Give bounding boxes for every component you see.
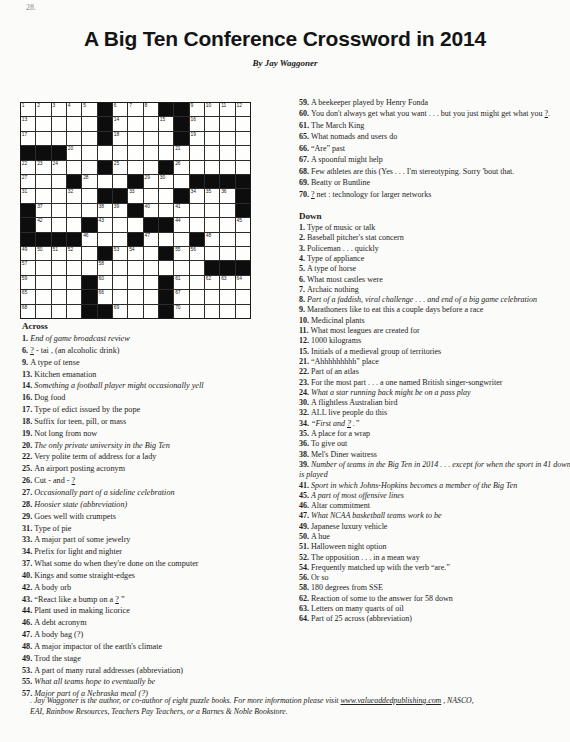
clue-text: Mel's Diner waitress xyxy=(311,450,377,459)
grid-cell[interactable] xyxy=(67,290,81,303)
grid-cell[interactable]: 6 xyxy=(113,103,127,116)
grid-cell[interactable] xyxy=(67,204,81,217)
clue-text: Baseball pitcher's stat concern xyxy=(307,233,404,242)
grid-cell[interactable] xyxy=(220,218,234,231)
grid-cell[interactable]: 5 xyxy=(82,103,96,116)
clue-item: 28. Hoosier state (abbreviation) xyxy=(22,499,287,511)
black-cell xyxy=(98,161,112,174)
clue-item: 3. Policeman . . . quickly xyxy=(299,244,570,254)
grid-cell[interactable] xyxy=(190,146,204,159)
grid-cell[interactable] xyxy=(52,305,66,318)
grid-cell[interactable] xyxy=(144,261,158,274)
grid-cell[interactable]: 32 xyxy=(67,189,81,202)
grid-cell[interactable] xyxy=(82,261,96,274)
grid-cell[interactable] xyxy=(113,233,127,246)
grid-cell[interactable] xyxy=(113,175,127,188)
clue-item: 23. For the most part . . . a one named … xyxy=(299,378,570,388)
clue-item: 10. Medicinal plants xyxy=(299,316,570,326)
grid-cell[interactable] xyxy=(82,146,96,159)
grid-cell[interactable] xyxy=(236,146,250,159)
grid-cell[interactable]: 68 xyxy=(21,305,35,318)
grid-cell[interactable]: 16 xyxy=(190,117,204,130)
clue-text: ALL live people do this xyxy=(311,408,387,417)
black-cell xyxy=(98,132,112,145)
grid-cell[interactable] xyxy=(236,117,250,130)
grid-cell[interactable] xyxy=(36,132,50,145)
grid-cell[interactable] xyxy=(113,290,127,303)
grid-cell[interactable] xyxy=(52,117,66,130)
clue-number: 70. xyxy=(299,190,309,199)
grid-cell[interactable] xyxy=(98,233,112,246)
grid-cell[interactable] xyxy=(52,290,66,303)
clue-number: 29. xyxy=(22,512,32,521)
grid-cell[interactable]: 50 xyxy=(36,247,50,260)
grid-cell[interactable] xyxy=(190,261,204,274)
grid-cell[interactable] xyxy=(113,261,127,274)
grid-cell[interactable]: 15 xyxy=(159,117,173,130)
grid-cell[interactable] xyxy=(52,189,66,202)
grid-cell[interactable] xyxy=(82,161,96,174)
grid-cell[interactable] xyxy=(174,233,188,246)
clue-number: 46. xyxy=(22,618,32,627)
clue-item: 49. Japanese luxury vehicle xyxy=(299,522,570,532)
grid-cell[interactable] xyxy=(220,305,234,318)
clue-item: 33. A major part of some jewelry xyxy=(22,534,287,546)
grid-cell[interactable] xyxy=(36,261,50,274)
grid-cell[interactable] xyxy=(220,290,234,303)
grid-cell[interactable] xyxy=(128,290,142,303)
clue-item: 67. A spoonful might help xyxy=(299,154,570,165)
grid-cell[interactable]: 30 xyxy=(159,175,173,188)
grid-cell[interactable] xyxy=(159,233,173,246)
clue-text: A type of tense xyxy=(30,358,79,367)
clue-item: 47. A body bag (?) xyxy=(22,629,287,641)
grid-cell[interactable]: 67 xyxy=(174,290,188,303)
grid-cell[interactable] xyxy=(205,218,219,231)
page-number: 28. xyxy=(26,3,36,12)
grid-cell[interactable]: 21 xyxy=(174,146,188,159)
clue-item: 62. Reaction of some to the answer for 5… xyxy=(299,594,570,604)
grid-cell[interactable] xyxy=(190,290,204,303)
grid-cell[interactable]: 7 xyxy=(128,103,142,116)
grid-cell[interactable]: 43 xyxy=(98,218,112,231)
clue-item: 39. Number of teams in the Big Ten in 20… xyxy=(299,460,570,481)
grid-cell[interactable] xyxy=(220,204,234,217)
black-cell xyxy=(128,175,142,188)
clue-item: 47. What NCAA basketball teams work to b… xyxy=(299,511,570,521)
grid-cell[interactable] xyxy=(220,132,234,145)
grid-cell[interactable]: 39 xyxy=(113,204,127,217)
cell-number: 35 xyxy=(206,189,211,194)
clue-number: 32. xyxy=(299,408,309,417)
grid-cell[interactable]: 37 xyxy=(36,204,50,217)
clue-item: 53. A part of many rural addresses (abbr… xyxy=(22,665,287,677)
clue-text: Letters on many quarts of oil xyxy=(311,604,404,613)
grid-cell[interactable] xyxy=(174,261,188,274)
grid-cell[interactable] xyxy=(36,276,50,289)
cell-number: 15 xyxy=(160,117,165,122)
grid-cell[interactable] xyxy=(67,117,81,130)
black-cell xyxy=(98,103,112,116)
clue-item: 55. What all teams hope to eventually be xyxy=(22,676,287,688)
grid-cell[interactable] xyxy=(205,247,219,260)
grid-cell[interactable]: 17 xyxy=(21,132,35,145)
clue-number: 38. xyxy=(299,450,309,459)
grid-cell[interactable] xyxy=(190,161,204,174)
clue-number: 68. xyxy=(299,167,309,176)
grid-cell[interactable] xyxy=(144,247,158,260)
black-cell xyxy=(98,247,112,260)
grid-cell[interactable] xyxy=(144,276,158,289)
grid-cell[interactable] xyxy=(52,218,66,231)
clue-number: 14. xyxy=(22,381,32,390)
cell-number: 48 xyxy=(206,233,211,238)
grid-cell[interactable]: 10 xyxy=(205,103,219,116)
cell-number: 65 xyxy=(22,290,27,295)
clue-number: 56. xyxy=(299,573,309,582)
black-cell xyxy=(98,117,112,130)
clue-number: 7. xyxy=(299,285,305,294)
cell-number: 36 xyxy=(221,189,226,194)
clue-text: A part of most offensive lines xyxy=(311,491,404,500)
grid-cell[interactable] xyxy=(113,218,127,231)
grid-cell[interactable]: 14 xyxy=(113,117,127,130)
grid-cell[interactable]: 49 xyxy=(21,247,35,260)
grid-cell[interactable] xyxy=(205,117,219,130)
grid-cell[interactable] xyxy=(67,132,81,145)
grid-cell[interactable] xyxy=(36,117,50,130)
grid-cell[interactable] xyxy=(52,276,66,289)
grid-cell[interactable] xyxy=(190,204,204,217)
clue-item: 56. Or so xyxy=(299,573,570,583)
grid-cell[interactable]: 27 xyxy=(21,175,35,188)
clue-number: 22. xyxy=(299,367,309,376)
grid-cell[interactable] xyxy=(236,290,250,303)
clue-number: 64. xyxy=(299,614,309,623)
black-cell xyxy=(220,261,234,274)
clue-text: ? net : technology for larger networks xyxy=(311,190,431,199)
clue-text: Archaic nothing xyxy=(307,285,359,294)
grid-cell[interactable] xyxy=(220,161,234,174)
grid-cell[interactable] xyxy=(36,305,50,318)
grid-cell[interactable]: 44 xyxy=(174,218,188,231)
cell-number: 58 xyxy=(98,261,103,266)
clue-number: 49. xyxy=(299,522,309,531)
grid-cell[interactable]: 28 xyxy=(82,175,96,188)
grid-cell[interactable] xyxy=(67,305,81,318)
cell-number: 57 xyxy=(22,261,27,266)
grid-cell[interactable] xyxy=(52,132,66,145)
grid-cell[interactable]: 26 xyxy=(174,161,188,174)
black-cell xyxy=(174,189,188,202)
grid-cell[interactable]: 42 xyxy=(36,218,50,231)
clue-text: What all teams hope to eventually be xyxy=(34,677,155,686)
black-cell xyxy=(128,204,142,217)
cell-number: 10 xyxy=(206,103,211,108)
grid-cell[interactable]: 63 xyxy=(220,276,234,289)
grid-cell[interactable] xyxy=(236,161,250,174)
grid-cell[interactable] xyxy=(144,290,158,303)
cell-number: 47 xyxy=(144,233,149,238)
cell-number: 18 xyxy=(114,132,119,137)
grid-cell[interactable] xyxy=(128,261,142,274)
clue-number: 67. xyxy=(299,155,309,164)
grid-cell[interactable] xyxy=(159,204,173,217)
grid-cell[interactable] xyxy=(128,132,142,145)
grid-cell[interactable] xyxy=(144,189,158,202)
grid-cell[interactable] xyxy=(205,305,219,318)
black-cell xyxy=(21,204,35,217)
grid-cell[interactable]: 23 xyxy=(36,161,50,174)
clue-number: 10. xyxy=(299,316,309,325)
grid-cell[interactable]: 36 xyxy=(220,189,234,202)
grid-cell[interactable] xyxy=(113,146,127,159)
cell-number: 64 xyxy=(236,276,241,281)
cell-number: 53 xyxy=(114,247,119,252)
grid-cell[interactable] xyxy=(82,204,96,217)
grid-cell[interactable] xyxy=(144,132,158,145)
black-cell xyxy=(205,175,219,188)
grid-cell[interactable] xyxy=(128,117,142,130)
grid-cell[interactable] xyxy=(159,189,173,202)
grid-cell[interactable]: 35 xyxy=(205,189,219,202)
grid-cell[interactable] xyxy=(220,233,234,246)
grid-cell[interactable] xyxy=(36,175,50,188)
grid-cell[interactable] xyxy=(159,261,173,274)
grid-cell[interactable]: 9 xyxy=(190,103,204,116)
grid-cell[interactable]: 25 xyxy=(113,161,127,174)
grid-cell[interactable]: 51 xyxy=(52,247,66,260)
clue-number: 44. xyxy=(22,606,32,615)
grid-cell[interactable]: 4 xyxy=(67,103,81,116)
clue-text: A spoonful might help xyxy=(311,155,383,164)
grid-cell[interactable]: 31 xyxy=(21,189,35,202)
black-cell xyxy=(236,261,250,274)
grid-cell[interactable] xyxy=(190,305,204,318)
cell-number: 61 xyxy=(175,276,180,281)
grid-cell[interactable] xyxy=(205,290,219,303)
grid-cell[interactable] xyxy=(190,276,204,289)
clue-number: 42. xyxy=(22,583,32,592)
grid-cell[interactable]: 2 xyxy=(36,103,50,116)
black-cell xyxy=(159,161,173,174)
black-cell xyxy=(21,218,35,231)
grid-cell[interactable]: 45 xyxy=(236,218,250,231)
grid-cell[interactable]: 33 xyxy=(128,189,142,202)
clue-number: 52. xyxy=(299,553,309,562)
grid-cell[interactable] xyxy=(36,189,50,202)
grid-cell[interactable] xyxy=(236,305,250,318)
grid-cell[interactable]: 1 xyxy=(21,103,35,116)
grid-cell[interactable] xyxy=(52,261,66,274)
grid-cell[interactable] xyxy=(52,175,66,188)
grid-cell[interactable]: 12 xyxy=(236,103,250,116)
grid-cell[interactable]: 46 xyxy=(82,233,96,246)
clue-number: 2. xyxy=(299,233,305,242)
grid-cell[interactable]: 41 xyxy=(174,204,188,217)
clue-text: For the most part . . . a one named Brit… xyxy=(311,378,502,387)
black-cell xyxy=(205,261,219,274)
grid-cell[interactable]: 56 xyxy=(190,247,204,260)
clue-number: 25. xyxy=(22,464,32,473)
clue-item: 36. To give out xyxy=(299,439,570,449)
grid-cell[interactable] xyxy=(128,276,142,289)
grid-cell[interactable]: 19 xyxy=(190,132,204,145)
clue-number: 23. xyxy=(299,378,309,387)
cell-number: 26 xyxy=(175,161,180,166)
grid-cell[interactable]: 62 xyxy=(205,276,219,289)
grid-cell[interactable] xyxy=(190,218,204,231)
grid-cell[interactable]: 3 xyxy=(52,103,66,116)
clue-number: 66. xyxy=(299,144,309,153)
grid-cell[interactable]: 60 xyxy=(98,276,112,289)
clue-item: 58. 180 degrees from SSE xyxy=(299,583,570,593)
grid-cell[interactable]: 8 xyxy=(144,103,158,116)
grid-cell[interactable]: 24 xyxy=(52,161,66,174)
grid-cell[interactable]: 22 xyxy=(21,161,35,174)
black-cell xyxy=(113,189,127,202)
clue-text: Altar commitment xyxy=(311,501,370,510)
grid-cell[interactable]: 66 xyxy=(98,290,112,303)
cell-number: 17 xyxy=(22,132,27,137)
grid-cell[interactable]: 53 xyxy=(113,247,127,260)
grid-cell[interactable] xyxy=(174,175,188,188)
grid-cell[interactable] xyxy=(82,117,96,130)
grid-cell[interactable]: 64 xyxy=(236,276,250,289)
grid-cell[interactable] xyxy=(113,276,127,289)
grid-cell[interactable] xyxy=(220,146,234,159)
clue-text: A hue xyxy=(311,532,330,541)
grid-cell[interactable]: 65 xyxy=(21,290,35,303)
grid-cell[interactable] xyxy=(98,175,112,188)
clue-text: Very polite term of address for a lady xyxy=(34,452,156,461)
cell-number: 69 xyxy=(114,305,119,310)
grid-cell[interactable] xyxy=(144,117,158,130)
clue-item: 30. A flightless Australian bird xyxy=(299,398,570,408)
footer-url[interactable]: www.valueaddedpublishing.com xyxy=(340,696,441,705)
clue-number: 15. xyxy=(299,347,309,356)
grid-cell[interactable]: 11 xyxy=(220,103,234,116)
grid-cell[interactable]: 48 xyxy=(205,233,219,246)
grid-cell[interactable] xyxy=(236,247,250,260)
grid-cell[interactable]: 34 xyxy=(190,189,204,202)
black-cell xyxy=(52,233,66,246)
clue-text: What NCAA basketball teams work to be xyxy=(311,511,442,520)
grid-cell[interactable]: 59 xyxy=(21,276,35,289)
grid-cell[interactable]: 47 xyxy=(144,233,158,246)
clue-item: 60. You don't always get what you want .… xyxy=(299,108,570,119)
grid-cell[interactable] xyxy=(128,218,142,231)
grid-cell[interactable] xyxy=(205,146,219,159)
clue-item: 9. Marathoners like to eat this a couple… xyxy=(299,305,570,315)
grid-cell[interactable]: 52 xyxy=(67,247,81,260)
clue-text: What most leagues are created for xyxy=(311,326,420,335)
clue-item: 21. “Ahhhhhhhhh” place xyxy=(299,357,570,367)
clue-number: 12. xyxy=(299,336,309,345)
clue-item: 26. Cut - and - ? xyxy=(22,475,287,487)
grid-cell[interactable] xyxy=(144,305,158,318)
grid-cell[interactable] xyxy=(82,189,96,202)
grid-cell[interactable] xyxy=(159,146,173,159)
black-cell xyxy=(67,233,81,246)
grid-cell[interactable] xyxy=(205,204,219,217)
black-cell xyxy=(236,204,250,217)
grid-cell[interactable] xyxy=(128,146,142,159)
grid-cell[interactable] xyxy=(159,132,173,145)
clue-text: Initials of a medieval group of territor… xyxy=(311,347,441,356)
cell-number: 1 xyxy=(22,103,25,108)
grid-cell[interactable] xyxy=(128,305,142,318)
clue-item: 38. Mel's Diner waitress xyxy=(299,450,570,460)
grid-cell[interactable]: 55 xyxy=(174,247,188,260)
grid-cell[interactable] xyxy=(205,161,219,174)
clue-number: 53. xyxy=(22,666,32,675)
grid-cell[interactable] xyxy=(67,261,81,274)
clue-item: 48. A major impactor of the earth's clim… xyxy=(22,641,287,653)
grid-cell[interactable] xyxy=(128,161,142,174)
grid-cell[interactable] xyxy=(67,276,81,289)
grid-cell[interactable]: 20 xyxy=(67,146,81,159)
clue-number: 36. xyxy=(299,439,309,448)
clue-number: 51. xyxy=(299,542,309,551)
grid-cell[interactable]: 69 xyxy=(113,305,127,318)
grid-cell[interactable] xyxy=(98,146,112,159)
grid-cell[interactable]: 54 xyxy=(128,247,142,260)
grid-cell[interactable] xyxy=(67,218,81,231)
grid-cell[interactable] xyxy=(144,161,158,174)
across-list-right: 59. A beekeeper played by Henry Fonda60.… xyxy=(299,97,570,200)
grid-cell[interactable] xyxy=(52,204,66,217)
clue-item: 6. ? - tai , (an alcoholic drink) xyxy=(22,345,287,357)
grid-cell[interactable] xyxy=(220,247,234,260)
grid-cell[interactable] xyxy=(67,161,81,174)
clue-number: 9. xyxy=(22,358,28,367)
clue-text: Sport in which Johns-Hopkins becomes a m… xyxy=(311,481,517,490)
grid-cell[interactable]: 58 xyxy=(98,261,112,274)
clue-text: Policeman . . . quickly xyxy=(307,244,379,253)
grid-cell[interactable]: 70 xyxy=(174,305,188,318)
grid-cell[interactable] xyxy=(144,146,158,159)
down-heading: Down xyxy=(299,211,570,221)
grid-cell[interactable]: 18 xyxy=(113,132,127,145)
clue-number: 27. xyxy=(22,488,32,497)
clue-item: 64. Part of 25 across (abbreviation) xyxy=(299,614,570,624)
clue-item: 34. Prefix for light and nighter xyxy=(22,546,287,558)
clue-text: A major impactor of the earth's climate xyxy=(34,642,162,651)
grid-cell[interactable] xyxy=(236,233,250,246)
clue-text: What some do when they're done on the co… xyxy=(34,559,198,568)
grid-cell[interactable]: 38 xyxy=(98,204,112,217)
grid-cell[interactable] xyxy=(220,117,234,130)
cell-number: 14 xyxy=(114,117,119,122)
grid-cell[interactable]: 29 xyxy=(144,175,158,188)
clue-text: Part of an atlas xyxy=(311,367,359,376)
grid-cell[interactable]: 61 xyxy=(174,276,188,289)
grid-cell[interactable] xyxy=(205,132,219,145)
grid-cell[interactable] xyxy=(236,132,250,145)
grid-cell[interactable]: 13 xyxy=(21,117,35,130)
grid-cell[interactable]: 40 xyxy=(144,204,158,217)
cell-number: 37 xyxy=(37,204,42,209)
clue-number: 45. xyxy=(299,491,309,500)
grid-cell[interactable] xyxy=(82,132,96,145)
clue-text: “First and ? .” xyxy=(311,419,359,428)
grid-cell[interactable]: 57 xyxy=(21,261,35,274)
cell-number: 7 xyxy=(129,103,132,108)
grid-cell[interactable] xyxy=(36,290,50,303)
crossword-grid: 1234567891011121314151617181920212223242… xyxy=(20,102,251,319)
grid-cell[interactable] xyxy=(82,247,96,260)
